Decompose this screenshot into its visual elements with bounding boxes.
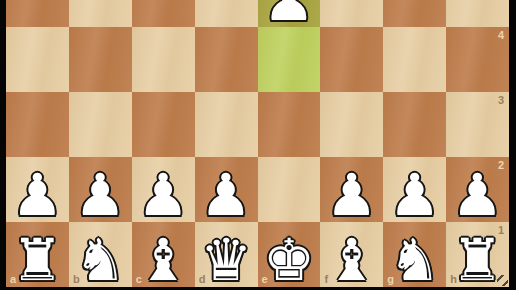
rank-label-1: 1 [498, 225, 504, 236]
square-g2[interactable]: ♟ [383, 157, 446, 222]
square-h2[interactable]: ♟2 [446, 157, 509, 222]
white-pawn-icon[interactable]: ♟ [132, 162, 195, 227]
rank-label-2: 2 [498, 160, 504, 171]
square-b2[interactable]: ♟ [69, 157, 132, 222]
square-d1[interactable]: ♛d [195, 222, 258, 287]
file-label-a: a [10, 274, 16, 285]
square-g1[interactable]: ♞g [383, 222, 446, 287]
square-h5[interactable] [446, 0, 509, 27]
square-c5[interactable] [132, 0, 195, 27]
square-g5[interactable] [383, 0, 446, 27]
square-e4[interactable] [258, 27, 321, 92]
square-d2[interactable]: ♟ [195, 157, 258, 222]
square-e1[interactable]: ♚e [258, 222, 321, 287]
file-label-h: h [450, 274, 457, 285]
square-f5[interactable] [320, 0, 383, 27]
white-pawn-icon[interactable]: ♟ [446, 162, 509, 227]
file-label-e: e [262, 274, 268, 285]
square-b3[interactable] [69, 92, 132, 157]
square-a4[interactable] [6, 27, 69, 92]
square-a5[interactable] [6, 0, 69, 27]
square-f4[interactable] [320, 27, 383, 92]
square-f1[interactable]: ♝f [320, 222, 383, 287]
square-c3[interactable] [132, 92, 195, 157]
square-c2[interactable]: ♟ [132, 157, 195, 222]
square-g4[interactable] [383, 27, 446, 92]
square-d4[interactable] [195, 27, 258, 92]
square-f3[interactable] [320, 92, 383, 157]
square-h4[interactable]: 4 [446, 27, 509, 92]
square-d3[interactable] [195, 92, 258, 157]
square-b4[interactable] [69, 27, 132, 92]
white-pawn-icon[interactable]: ♟ [69, 162, 132, 227]
square-g3[interactable] [383, 92, 446, 157]
chess-board: ♟43♟♟♟♟♟♟♟2♜a♞b♝c♛d♚e♝f♞g♜h1 [6, 0, 509, 287]
white-bishop-icon[interactable]: ♝ [320, 227, 383, 290]
white-pawn-icon[interactable]: ♟ [6, 162, 69, 227]
board-resize-handle-icon[interactable] [497, 275, 508, 286]
square-h3[interactable]: 3 [446, 92, 509, 157]
square-f2[interactable]: ♟ [320, 157, 383, 222]
white-pawn-icon[interactable]: ♟ [258, 0, 321, 32]
square-a1[interactable]: ♜a [6, 222, 69, 287]
square-c4[interactable] [132, 27, 195, 92]
square-e3[interactable] [258, 92, 321, 157]
file-label-d: d [199, 274, 206, 285]
white-pawn-icon[interactable]: ♟ [383, 162, 446, 227]
square-b1[interactable]: ♞b [69, 222, 132, 287]
square-c1[interactable]: ♝c [132, 222, 195, 287]
file-label-b: b [73, 274, 80, 285]
square-a3[interactable] [6, 92, 69, 157]
square-d5[interactable] [195, 0, 258, 27]
square-e5[interactable]: ♟ [258, 0, 321, 27]
file-label-c: c [136, 274, 142, 285]
rank-label-4: 4 [498, 30, 504, 41]
square-a2[interactable]: ♟ [6, 157, 69, 222]
white-pawn-icon[interactable]: ♟ [320, 162, 383, 227]
rank-label-3: 3 [498, 95, 504, 106]
video-frame: ♟43♟♟♟♟♟♟♟2♜a♞b♝c♛d♚e♝f♞g♜h1 [0, 0, 516, 290]
square-h1[interactable]: ♜h1 [446, 222, 509, 287]
file-label-g: g [387, 274, 394, 285]
file-label-f: f [324, 274, 328, 285]
white-pawn-icon[interactable]: ♟ [195, 162, 258, 227]
square-e2[interactable] [258, 157, 321, 222]
square-b5[interactable] [69, 0, 132, 27]
